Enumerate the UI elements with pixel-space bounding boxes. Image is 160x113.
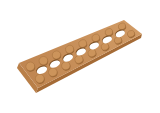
product-image: [0, 0, 160, 113]
lego-plate-render: [0, 0, 160, 113]
